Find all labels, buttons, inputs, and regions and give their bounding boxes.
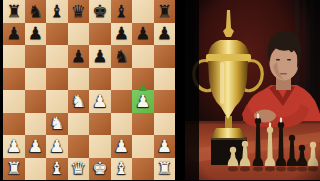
photo-left-shadow: [185, 0, 199, 180]
white-b-c1[interactable]: ♝: [49, 160, 64, 177]
square-f1[interactable]: ♝: [111, 158, 133, 181]
square-a2[interactable]: ♟: [3, 135, 25, 158]
square-c2[interactable]: ♟: [46, 135, 68, 158]
white-p-b2[interactable]: ♟: [28, 138, 43, 155]
black-p-f7[interactable]: ♟: [114, 25, 129, 42]
square-b7[interactable]: ♟: [25, 23, 47, 46]
white-b-f1[interactable]: ♝: [114, 160, 129, 177]
square-d7[interactable]: [68, 23, 90, 46]
square-a3[interactable]: [3, 113, 25, 136]
square-a1[interactable]: ♜: [3, 158, 25, 181]
square-f6[interactable]: ♞: [111, 45, 133, 68]
black-q-d8[interactable]: ♛: [71, 3, 86, 20]
square-f3[interactable]: [111, 113, 133, 136]
square-b5[interactable]: [25, 68, 47, 91]
black-r-h8[interactable]: ♜: [157, 3, 172, 20]
white-n-d4[interactable]: ♞: [71, 93, 86, 110]
chess-board[interactable]: ♜♞♝♛♚♝♜♟♟♟♟♟♟♟♞♞♟♟♞♟♟♟♟♟♜♝♛♚♝♜: [3, 0, 175, 180]
square-b3[interactable]: [25, 113, 47, 136]
square-e2[interactable]: [89, 135, 111, 158]
square-h1[interactable]: ♜: [154, 158, 176, 181]
square-g8[interactable]: [132, 0, 154, 23]
screenshot-root: ♜♞♝♛♚♝♜♟♟♟♟♟♟♟♞♞♟♟♞♟♟♟♟♟♜♝♛♚♝♜: [0, 0, 320, 180]
square-a8[interactable]: ♜: [3, 0, 25, 23]
photo-vignette: [185, 0, 320, 180]
black-p-b7[interactable]: ♟: [28, 25, 43, 42]
champion-photo: [185, 0, 320, 180]
square-g3[interactable]: [132, 113, 154, 136]
square-e1[interactable]: ♚: [89, 158, 111, 181]
white-r-a1[interactable]: ♜: [6, 160, 21, 177]
white-p-g4[interactable]: ♟: [135, 93, 150, 110]
square-e8[interactable]: ♚: [89, 0, 111, 23]
square-b6[interactable]: [25, 45, 47, 68]
square-h6[interactable]: [154, 45, 176, 68]
black-k-e8[interactable]: ♚: [92, 3, 107, 20]
square-a4[interactable]: [3, 90, 25, 113]
square-g7[interactable]: ♟: [132, 23, 154, 46]
black-n-b8[interactable]: ♞: [28, 3, 43, 20]
white-p-a2[interactable]: ♟: [6, 138, 21, 155]
square-a7[interactable]: ♟: [3, 23, 25, 46]
white-n-c3[interactable]: ♞: [49, 115, 64, 132]
white-p-e4[interactable]: ♟: [92, 93, 107, 110]
black-p-d6[interactable]: ♟: [71, 48, 86, 65]
black-b-c8[interactable]: ♝: [49, 3, 64, 20]
square-h3[interactable]: [154, 113, 176, 136]
square-c3[interactable]: ♞: [46, 113, 68, 136]
white-p-h2[interactable]: ♟: [157, 138, 172, 155]
square-b1[interactable]: [25, 158, 47, 181]
square-c7[interactable]: [46, 23, 68, 46]
white-p-c2[interactable]: ♟: [49, 138, 64, 155]
white-q-d1[interactable]: ♛: [71, 160, 86, 177]
square-g2[interactable]: [132, 135, 154, 158]
square-b2[interactable]: ♟: [25, 135, 47, 158]
square-f4[interactable]: [111, 90, 133, 113]
square-b8[interactable]: ♞: [25, 0, 47, 23]
square-f8[interactable]: ♝: [111, 0, 133, 23]
square-c5[interactable]: [46, 68, 68, 91]
square-f2[interactable]: ♟: [111, 135, 133, 158]
black-p-a7[interactable]: ♟: [6, 25, 21, 42]
square-e3[interactable]: [89, 113, 111, 136]
square-g1[interactable]: [132, 158, 154, 181]
square-d4[interactable]: ♞: [68, 90, 90, 113]
square-b4[interactable]: [25, 90, 47, 113]
square-e4[interactable]: ♟: [89, 90, 111, 113]
black-r-a8[interactable]: ♜: [6, 3, 21, 20]
square-g4[interactable]: ♟: [132, 90, 154, 113]
square-e5[interactable]: [89, 68, 111, 91]
black-p-e6[interactable]: ♟: [92, 48, 107, 65]
square-g6[interactable]: [132, 45, 154, 68]
square-d2[interactable]: [68, 135, 90, 158]
square-h7[interactable]: ♟: [154, 23, 176, 46]
square-e7[interactable]: [89, 23, 111, 46]
white-p-f2[interactable]: ♟: [114, 138, 129, 155]
square-c4[interactable]: [46, 90, 68, 113]
black-n-f6[interactable]: ♞: [114, 48, 129, 65]
square-d3[interactable]: [68, 113, 90, 136]
square-c6[interactable]: [46, 45, 68, 68]
black-b-f8[interactable]: ♝: [114, 3, 129, 20]
white-k-e1[interactable]: ♚: [92, 160, 107, 177]
last-move-arrowhead: [139, 84, 147, 91]
square-f5[interactable]: [111, 68, 133, 91]
square-c1[interactable]: ♝: [46, 158, 68, 181]
square-d1[interactable]: ♛: [68, 158, 90, 181]
square-a5[interactable]: [3, 68, 25, 91]
square-h8[interactable]: ♜: [154, 0, 176, 23]
square-h5[interactable]: [154, 68, 176, 91]
square-f7[interactable]: ♟: [111, 23, 133, 46]
square-h4[interactable]: [154, 90, 176, 113]
square-h2[interactable]: ♟: [154, 135, 176, 158]
square-d6[interactable]: ♟: [68, 45, 90, 68]
square-a6[interactable]: [3, 45, 25, 68]
square-c8[interactable]: ♝: [46, 0, 68, 23]
black-p-h7[interactable]: ♟: [157, 25, 172, 42]
square-d5[interactable]: [68, 68, 90, 91]
square-e6[interactable]: ♟: [89, 45, 111, 68]
square-d8[interactable]: ♛: [68, 0, 90, 23]
black-p-g7[interactable]: ♟: [135, 25, 150, 42]
white-r-h1[interactable]: ♜: [157, 160, 172, 177]
